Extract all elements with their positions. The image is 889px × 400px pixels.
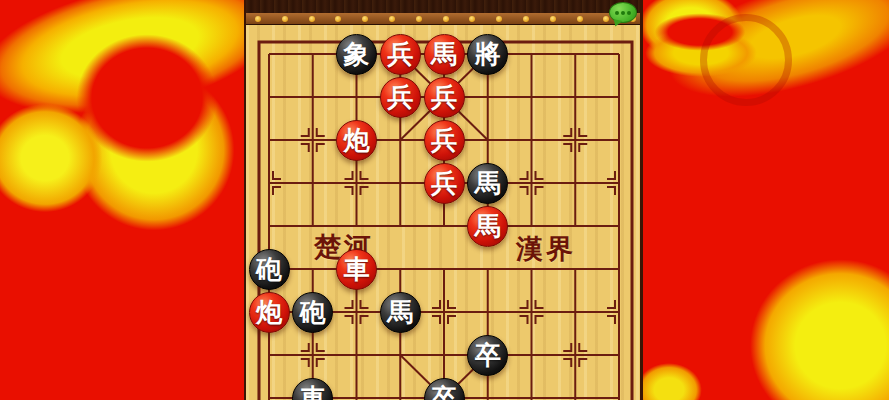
piece-black-5-3[interactable]: 馬 bbox=[467, 163, 508, 204]
piece-red-4-0[interactable]: 馬 bbox=[424, 34, 465, 75]
top-wood-plank bbox=[246, 0, 640, 13]
decor-blob-left-small bbox=[0, 92, 115, 224]
chat-dot bbox=[615, 11, 619, 15]
decor-blob-right-top bbox=[628, 0, 754, 68]
river-label-han: 漢界 bbox=[516, 235, 576, 262]
piece-black-1-6[interactable]: 砲 bbox=[292, 292, 333, 333]
chat-dot bbox=[621, 11, 625, 15]
stud-nail bbox=[362, 16, 368, 22]
piece-red-4-1[interactable]: 兵 bbox=[424, 77, 465, 118]
piece-red-0-6[interactable]: 炮 bbox=[249, 292, 290, 333]
chat-dot bbox=[627, 11, 631, 15]
stud-nail bbox=[496, 16, 502, 22]
decor-blob-right-arc-mask bbox=[642, 8, 758, 56]
piece-black-5-0[interactable]: 將 bbox=[467, 34, 508, 75]
decor-blob-right-ring bbox=[700, 14, 792, 106]
stud-strip bbox=[246, 13, 640, 25]
stud-nail bbox=[282, 16, 288, 22]
piece-black-5-7[interactable]: 卒 bbox=[467, 335, 508, 376]
stud-nail bbox=[523, 16, 529, 22]
decor-blob-left-crescent bbox=[56, 52, 252, 248]
stud-nail bbox=[577, 16, 583, 22]
piece-black-2-0[interactable]: 象 bbox=[336, 34, 377, 75]
stud-nail bbox=[255, 16, 261, 22]
stud-nail bbox=[389, 16, 395, 22]
piece-red-4-3[interactable]: 兵 bbox=[424, 163, 465, 204]
decor-blob-right-arc bbox=[633, 24, 769, 82]
chat-bubble-icon[interactable] bbox=[609, 2, 638, 27]
piece-red-2-5[interactable]: 車 bbox=[336, 249, 377, 290]
piece-red-3-0[interactable]: 兵 bbox=[380, 34, 421, 75]
decor-blob-bottom-right bbox=[733, 243, 889, 400]
stud-nail bbox=[443, 16, 449, 22]
stud-nail bbox=[416, 16, 422, 22]
piece-red-4-2[interactable]: 兵 bbox=[424, 120, 465, 161]
decor-blob-right-band bbox=[630, 0, 889, 136]
stud-nail bbox=[309, 16, 315, 22]
stud-nail bbox=[469, 16, 475, 22]
piece-red-3-1[interactable]: 兵 bbox=[380, 77, 421, 118]
piece-red-2-2[interactable]: 炮 bbox=[336, 120, 377, 161]
stud-nail bbox=[550, 16, 556, 22]
piece-red-5-4[interactable]: 馬 bbox=[467, 206, 508, 247]
stud-nail bbox=[335, 16, 341, 22]
chat-bubble-tail bbox=[612, 19, 622, 28]
piece-black-3-6[interactable]: 馬 bbox=[380, 292, 421, 333]
xiangqi-board-panel: 楚河 漢界 象兵馬將兵兵炮兵兵馬馬砲車炮砲馬卒車卒 bbox=[244, 0, 643, 400]
app-background: { "game": "xiangqi", "position": "2bPNk3… bbox=[0, 0, 889, 400]
decor-blob-left-crescent-mask bbox=[52, 12, 242, 184]
piece-black-0-5[interactable]: 砲 bbox=[249, 249, 290, 290]
